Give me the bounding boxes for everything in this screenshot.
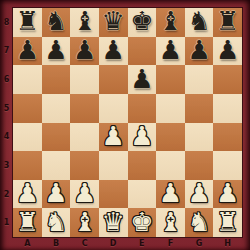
square-c7[interactable]: ♟ xyxy=(70,37,99,66)
white-knight[interactable]: ♞ xyxy=(44,209,67,235)
rank-labels: 87654321 xyxy=(0,8,13,237)
square-e4[interactable]: ♟ xyxy=(128,123,157,152)
white-rook[interactable]: ♜ xyxy=(216,209,239,235)
white-pawn[interactable]: ♟ xyxy=(73,180,96,206)
square-c2[interactable]: ♟ xyxy=(70,180,99,209)
black-pawn[interactable]: ♟ xyxy=(216,37,239,63)
square-d1[interactable]: ♛ xyxy=(99,208,128,237)
black-king[interactable]: ♚ xyxy=(130,8,153,34)
square-e3[interactable] xyxy=(128,151,157,180)
white-bishop[interactable]: ♝ xyxy=(159,209,182,235)
square-b8[interactable]: ♞ xyxy=(42,8,71,37)
square-a8[interactable]: ♜ xyxy=(13,8,42,37)
black-pawn[interactable]: ♟ xyxy=(73,37,96,63)
square-c6[interactable] xyxy=(70,65,99,94)
square-h4[interactable] xyxy=(213,123,242,152)
square-a2[interactable]: ♟ xyxy=(13,180,42,209)
square-c4[interactable] xyxy=(70,123,99,152)
square-c5[interactable] xyxy=(70,94,99,123)
rank-label-7: 7 xyxy=(0,37,13,66)
black-knight[interactable]: ♞ xyxy=(44,8,67,34)
white-pawn[interactable]: ♟ xyxy=(159,180,182,206)
chess-board-frame: 87654321 ♜♞♝♛♚♝♞♜♟♟♟♟♟♟♟♟♟♟♟♟♟♟♟♟♜♞♝♛♚♝♞… xyxy=(0,0,250,250)
white-pawn[interactable]: ♟ xyxy=(102,123,125,149)
black-pawn[interactable]: ♟ xyxy=(130,66,153,92)
white-queen[interactable]: ♛ xyxy=(102,209,125,235)
square-b6[interactable] xyxy=(42,65,71,94)
square-a7[interactable]: ♟ xyxy=(13,37,42,66)
square-g4[interactable] xyxy=(185,123,214,152)
file-label-c: C xyxy=(70,237,99,250)
white-rook[interactable]: ♜ xyxy=(16,209,39,235)
square-f4[interactable] xyxy=(156,123,185,152)
square-d3[interactable] xyxy=(99,151,128,180)
white-knight[interactable]: ♞ xyxy=(187,209,210,235)
square-e2[interactable] xyxy=(128,180,157,209)
square-f5[interactable] xyxy=(156,94,185,123)
square-b5[interactable] xyxy=(42,94,71,123)
square-a4[interactable] xyxy=(13,123,42,152)
white-king[interactable]: ♚ xyxy=(130,209,153,235)
square-f2[interactable]: ♟ xyxy=(156,180,185,209)
square-h8[interactable]: ♜ xyxy=(213,8,242,37)
square-e1[interactable]: ♚ xyxy=(128,208,157,237)
white-bishop[interactable]: ♝ xyxy=(73,209,96,235)
black-rook[interactable]: ♜ xyxy=(216,8,239,34)
square-f3[interactable] xyxy=(156,151,185,180)
file-label-e: E xyxy=(128,237,157,250)
square-h3[interactable] xyxy=(213,151,242,180)
rank-label-4: 4 xyxy=(0,123,13,152)
black-rook[interactable]: ♜ xyxy=(16,8,39,34)
square-e6[interactable]: ♟ xyxy=(128,65,157,94)
square-f7[interactable]: ♟ xyxy=(156,37,185,66)
square-b3[interactable] xyxy=(42,151,71,180)
square-b1[interactable]: ♞ xyxy=(42,208,71,237)
file-label-a: A xyxy=(13,237,42,250)
rank-label-6: 6 xyxy=(0,65,13,94)
black-pawn[interactable]: ♟ xyxy=(187,37,210,63)
black-pawn[interactable]: ♟ xyxy=(159,37,182,63)
square-c3[interactable] xyxy=(70,151,99,180)
black-bishop[interactable]: ♝ xyxy=(159,8,182,34)
black-pawn[interactable]: ♟ xyxy=(16,37,39,63)
square-g8[interactable]: ♞ xyxy=(185,8,214,37)
square-d7[interactable]: ♟ xyxy=(99,37,128,66)
square-c1[interactable]: ♝ xyxy=(70,208,99,237)
square-h7[interactable]: ♟ xyxy=(213,37,242,66)
white-pawn[interactable]: ♟ xyxy=(44,180,67,206)
file-label-f: F xyxy=(156,237,185,250)
square-h1[interactable]: ♜ xyxy=(213,208,242,237)
rank-label-8: 8 xyxy=(0,8,13,37)
rank-label-2: 2 xyxy=(0,180,13,209)
square-c8[interactable]: ♝ xyxy=(70,8,99,37)
square-h5[interactable] xyxy=(213,94,242,123)
square-a3[interactable] xyxy=(13,151,42,180)
square-h2[interactable]: ♟ xyxy=(213,180,242,209)
square-g6[interactable] xyxy=(185,65,214,94)
rank-label-1: 1 xyxy=(0,208,13,237)
square-g7[interactable]: ♟ xyxy=(185,37,214,66)
rank-label-5: 5 xyxy=(0,94,13,123)
square-b4[interactable] xyxy=(42,123,71,152)
file-label-g: G xyxy=(185,237,214,250)
file-labels: ABCDEFGH xyxy=(13,237,242,250)
square-f1[interactable]: ♝ xyxy=(156,208,185,237)
square-d4[interactable]: ♟ xyxy=(99,123,128,152)
square-h6[interactable] xyxy=(213,65,242,94)
black-pawn[interactable]: ♟ xyxy=(102,37,125,63)
square-a5[interactable] xyxy=(13,94,42,123)
file-label-b: B xyxy=(42,237,71,250)
square-b2[interactable]: ♟ xyxy=(42,180,71,209)
square-b7[interactable]: ♟ xyxy=(42,37,71,66)
chess-board[interactable]: ♜♞♝♛♚♝♞♜♟♟♟♟♟♟♟♟♟♟♟♟♟♟♟♟♜♞♝♛♚♝♞♜ xyxy=(13,8,242,237)
white-pawn[interactable]: ♟ xyxy=(16,180,39,206)
white-pawn[interactable]: ♟ xyxy=(130,123,153,149)
black-knight[interactable]: ♞ xyxy=(187,8,210,34)
square-d8[interactable]: ♛ xyxy=(99,8,128,37)
square-e7[interactable] xyxy=(128,37,157,66)
square-a6[interactable] xyxy=(13,65,42,94)
square-d2[interactable] xyxy=(99,180,128,209)
white-pawn[interactable]: ♟ xyxy=(216,180,239,206)
square-g2[interactable]: ♟ xyxy=(185,180,214,209)
square-g1[interactable]: ♞ xyxy=(185,208,214,237)
square-d5[interactable] xyxy=(99,94,128,123)
square-g5[interactable] xyxy=(185,94,214,123)
square-a1[interactable]: ♜ xyxy=(13,208,42,237)
square-f6[interactable] xyxy=(156,65,185,94)
white-pawn[interactable]: ♟ xyxy=(187,180,210,206)
black-queen[interactable]: ♛ xyxy=(102,8,125,34)
file-label-h: H xyxy=(213,237,242,250)
square-f8[interactable]: ♝ xyxy=(156,8,185,37)
black-bishop[interactable]: ♝ xyxy=(73,8,96,34)
square-e8[interactable]: ♚ xyxy=(128,8,157,37)
file-label-d: D xyxy=(99,237,128,250)
rank-label-3: 3 xyxy=(0,151,13,180)
square-d6[interactable] xyxy=(99,65,128,94)
square-g3[interactable] xyxy=(185,151,214,180)
black-pawn[interactable]: ♟ xyxy=(44,37,67,63)
square-e5[interactable] xyxy=(128,94,157,123)
